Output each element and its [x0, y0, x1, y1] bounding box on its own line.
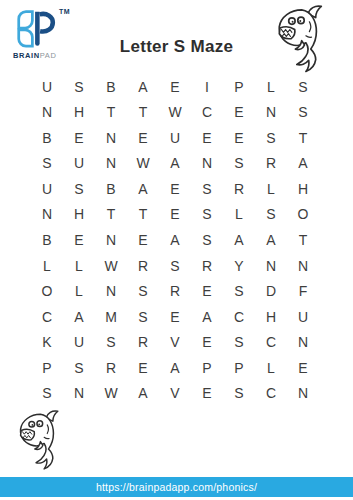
grid-cell-r5c2[interactable]: S — [63, 176, 95, 202]
grid-cell-r9c6[interactable]: E — [191, 278, 223, 304]
grid-cell-r6c7[interactable]: L — [223, 202, 255, 228]
trademark-symbol: TM — [59, 8, 70, 15]
grid-cell-r3c3[interactable]: N — [95, 125, 127, 151]
grid-cell-r5c6[interactable]: S — [191, 176, 223, 202]
grid-cell-r4c4[interactable]: W — [127, 151, 159, 177]
grid-cell-r8c7[interactable]: Y — [223, 253, 255, 279]
grid-cell-r6c2[interactable]: H — [63, 202, 95, 228]
grid-cell-r7c4[interactable]: E — [127, 227, 159, 253]
grid-cell-r5c3[interactable]: B — [95, 176, 127, 202]
grid-cell-r11c5[interactable]: V — [159, 329, 191, 355]
grid-cell-r13c3[interactable]: W — [95, 380, 127, 406]
grid-cell-r6c9[interactable]: O — [287, 202, 319, 228]
grid-cell-r7c5[interactable]: A — [159, 227, 191, 253]
grid-cell-r6c3[interactable]: T — [95, 202, 127, 228]
grid-cell-r7c7[interactable]: A — [223, 227, 255, 253]
grid-cell-r13c2[interactable]: N — [63, 380, 95, 406]
grid-cell-r10c2[interactable]: A — [63, 304, 95, 330]
grid-cell-r4c7[interactable]: S — [223, 151, 255, 177]
grid-cell-r7c1[interactable]: B — [31, 227, 63, 253]
grid-cell-r12c8[interactable]: L — [255, 355, 287, 381]
grid-cell-r3c6[interactable]: E — [191, 125, 223, 151]
grid-cell-r10c9[interactable]: U — [287, 304, 319, 330]
grid-cell-r5c7[interactable]: R — [223, 176, 255, 202]
grid-cell-r5c5[interactable]: E — [159, 176, 191, 202]
grid-cell-r12c4[interactable]: E — [127, 355, 159, 381]
grid-cell-r2c9[interactable]: S — [287, 100, 319, 126]
grid-cell-r2c1[interactable]: N — [31, 100, 63, 126]
grid-cell-r9c2[interactable]: L — [63, 278, 95, 304]
grid-cell-r11c1[interactable]: K — [31, 329, 63, 355]
grid-cell-r7c2[interactable]: E — [63, 227, 95, 253]
grid-cell-r12c7[interactable]: P — [223, 355, 255, 381]
grid-cell-r11c7[interactable]: S — [223, 329, 255, 355]
footer-bar: https://brainpadapp.com/phonics/ — [0, 477, 353, 497]
grid-cell-r11c9[interactable]: N — [287, 329, 319, 355]
grid-cell-r2c2[interactable]: H — [63, 100, 95, 126]
grid-cell-r7c8[interactable]: A — [255, 227, 287, 253]
grid-cell-r6c8[interactable]: S — [255, 202, 287, 228]
grid-cell-r7c6[interactable]: S — [191, 227, 223, 253]
grid-cell-r1c3[interactable]: B — [95, 74, 127, 100]
letter-grid: USBAEIPLSNHTTWCENSBENEUEESTSUNWANSRAUSBA… — [31, 74, 319, 406]
grid-cell-r1c4[interactable]: A — [127, 74, 159, 100]
grid-cell-r2c3[interactable]: T — [95, 100, 127, 126]
grid-cell-r1c9[interactable]: S — [287, 74, 319, 100]
grid-cell-r1c7[interactable]: P — [223, 74, 255, 100]
grid-cell-r10c7[interactable]: C — [223, 304, 255, 330]
grid-cell-r4c6[interactable]: N — [191, 151, 223, 177]
grid-cell-r1c1[interactable]: U — [31, 74, 63, 100]
grid-cell-r8c9[interactable]: N — [287, 253, 319, 279]
grid-cell-r5c8[interactable]: L — [255, 176, 287, 202]
grid-cell-r12c9[interactable]: E — [287, 355, 319, 381]
grid-cell-r13c6[interactable]: E — [191, 380, 223, 406]
grid-cell-r9c5[interactable]: R — [159, 278, 191, 304]
grid-cell-r1c6[interactable]: I — [191, 74, 223, 100]
grid-cell-r8c8[interactable]: N — [255, 253, 287, 279]
grid-cell-r12c2[interactable]: S — [63, 355, 95, 381]
grid-cell-r4c3[interactable]: N — [95, 151, 127, 177]
grid-cell-r10c6[interactable]: A — [191, 304, 223, 330]
grid-cell-r1c2[interactable]: S — [63, 74, 95, 100]
grid-cell-r9c1[interactable]: O — [31, 278, 63, 304]
grid-cell-r3c2[interactable]: E — [63, 125, 95, 151]
shark-icon — [267, 5, 349, 75]
grid-cell-r13c9[interactable]: N — [287, 380, 319, 406]
grid-cell-r12c6[interactable]: P — [191, 355, 223, 381]
grid-cell-r13c5[interactable]: V — [159, 380, 191, 406]
grid-cell-r4c2[interactable]: U — [63, 151, 95, 177]
grid-cell-r12c3[interactable]: R — [95, 355, 127, 381]
grid-cell-r7c9[interactable]: T — [287, 227, 319, 253]
grid-cell-r11c4[interactable]: R — [127, 329, 159, 355]
grid-cell-r6c1[interactable]: N — [31, 202, 63, 228]
grid-cell-r8c2[interactable]: L — [63, 253, 95, 279]
grid-cell-r9c9[interactable]: F — [287, 278, 319, 304]
grid-cell-r8c1[interactable]: L — [31, 253, 63, 279]
grid-cell-r13c7[interactable]: S — [223, 380, 255, 406]
grid-cell-r10c8[interactable]: H — [255, 304, 287, 330]
grid-cell-r5c1[interactable]: U — [31, 176, 63, 202]
worksheet-page: TM BRAINPAD Letter S Maze USBAEIPLSNHTTW… — [0, 0, 353, 500]
grid-cell-r8c6[interactable]: R — [191, 253, 223, 279]
grid-cell-r9c3[interactable]: N — [95, 278, 127, 304]
grid-cell-r13c1[interactable]: S — [31, 380, 63, 406]
grid-cell-r10c3[interactable]: M — [95, 304, 127, 330]
grid-cell-r2c8[interactable]: N — [255, 100, 287, 126]
grid-cell-r4c9[interactable]: A — [287, 151, 319, 177]
grid-cell-r11c8[interactable]: C — [255, 329, 287, 355]
grid-cell-r9c8[interactable]: D — [255, 278, 287, 304]
grid-cell-r13c4[interactable]: A — [127, 380, 159, 406]
grid-cell-r4c5[interactable]: A — [159, 151, 191, 177]
grid-cell-r4c8[interactable]: R — [255, 151, 287, 177]
grid-cell-r5c4[interactable]: A — [127, 176, 159, 202]
grid-cell-r12c5[interactable]: A — [159, 355, 191, 381]
grid-cell-r7c3[interactable]: N — [95, 227, 127, 253]
footer-url-link[interactable]: https://brainpadapp.com/phonics/ — [96, 481, 257, 493]
grid-cell-r3c1[interactable]: B — [31, 125, 63, 151]
grid-cell-r4c1[interactable]: S — [31, 151, 63, 177]
grid-cell-r6c6[interactable]: S — [191, 202, 223, 228]
grid-cell-r11c2[interactable]: U — [63, 329, 95, 355]
grid-cell-r8c3[interactable]: W — [95, 253, 127, 279]
grid-cell-r3c5[interactable]: U — [159, 125, 191, 151]
grid-cell-r6c4[interactable]: T — [127, 202, 159, 228]
grid-cell-r6c5[interactable]: E — [159, 202, 191, 228]
grid-cell-r3c9[interactable]: T — [287, 125, 319, 151]
grid-cell-r2c5[interactable]: W — [159, 100, 191, 126]
grid-cell-r5c9[interactable]: H — [287, 176, 319, 202]
grid-cell-r8c4[interactable]: R — [127, 253, 159, 279]
grid-cell-r9c7[interactable]: S — [223, 278, 255, 304]
grid-cell-r9c4[interactable]: S — [127, 278, 159, 304]
grid-cell-r11c6[interactable]: E — [191, 329, 223, 355]
grid-cell-r1c8[interactable]: L — [255, 74, 287, 100]
grid-cell-r10c4[interactable]: S — [127, 304, 159, 330]
grid-cell-r1c5[interactable]: E — [159, 74, 191, 100]
grid-cell-r3c7[interactable]: E — [223, 125, 255, 151]
grid-cell-r11c3[interactable]: S — [95, 329, 127, 355]
grid-cell-r10c1[interactable]: C — [31, 304, 63, 330]
grid-cell-r3c4[interactable]: E — [127, 125, 159, 151]
grid-cell-r10c5[interactable]: E — [159, 304, 191, 330]
grid-cell-r13c8[interactable]: C — [255, 380, 287, 406]
grid-cell-r3c8[interactable]: S — [255, 125, 287, 151]
shark-icon — [15, 407, 77, 475]
grid-cell-r8c5[interactable]: S — [159, 253, 191, 279]
grid-cell-r12c1[interactable]: P — [31, 355, 63, 381]
grid-cell-r2c7[interactable]: E — [223, 100, 255, 126]
grid-cell-r2c6[interactable]: C — [191, 100, 223, 126]
grid-cell-r2c4[interactable]: T — [127, 100, 159, 126]
